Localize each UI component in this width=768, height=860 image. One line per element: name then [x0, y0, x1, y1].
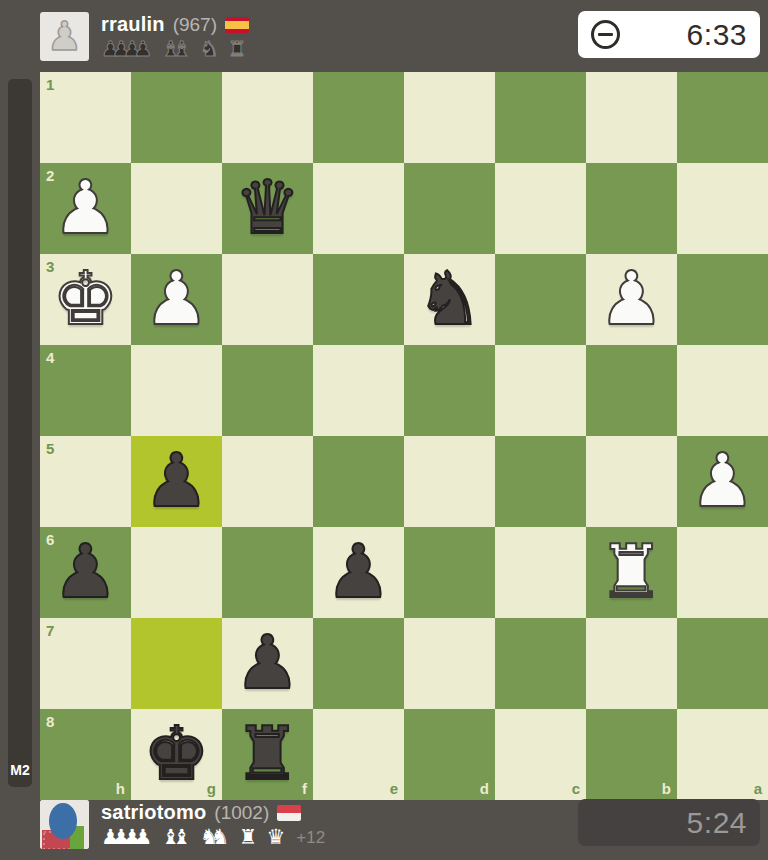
- square-a4[interactable]: [677, 345, 768, 436]
- rank-label-7: 7: [46, 623, 54, 638]
- square-g3[interactable]: ♟: [131, 254, 222, 345]
- white-pawn-g3[interactable]: ♟: [131, 254, 222, 342]
- square-d6[interactable]: [404, 527, 495, 618]
- evaluation-label: M2: [10, 762, 29, 778]
- captured-rooks: ♜: [228, 38, 247, 61]
- square-c2[interactable]: [495, 163, 586, 254]
- file-label-e: e: [390, 781, 398, 796]
- square-e3[interactable]: [313, 254, 404, 345]
- captured-pieces-bottom: ♟♟♟♟♝♝♞♞♜♛+12: [101, 826, 325, 849]
- square-h7[interactable]: 7: [40, 618, 131, 709]
- square-h8[interactable]: 8h: [40, 709, 131, 800]
- square-f3[interactable]: [222, 254, 313, 345]
- chess-board: 12♟♛3♚♟♞♟45♟♟6♟♟♜7♟8hg♚f♜edcba: [40, 72, 768, 800]
- game-screen: ♟ rraulin (967) ♟♟♟♟♝♝♞♜ 6:33 M2 12♟♛3♚♟…: [0, 0, 768, 860]
- indonesia-flag-icon: [277, 805, 301, 821]
- square-g7[interactable]: [131, 618, 222, 709]
- person-avatar-icon: [40, 800, 89, 849]
- square-b5[interactable]: [586, 436, 677, 527]
- square-b6[interactable]: ♜: [586, 527, 677, 618]
- player-bottom-rating: (1002): [214, 802, 269, 824]
- player-top: ♟ rraulin (967) ♟♟♟♟♝♝♞♜: [40, 12, 249, 62]
- square-g6[interactable]: [131, 527, 222, 618]
- square-f7[interactable]: ♟: [222, 618, 313, 709]
- file-label-c: c: [572, 781, 580, 796]
- clock-top: 6:33: [578, 11, 760, 58]
- white-pawn-b3[interactable]: ♟: [586, 254, 677, 342]
- square-c6[interactable]: [495, 527, 586, 618]
- square-h1[interactable]: 1: [40, 72, 131, 163]
- square-d7[interactable]: [404, 618, 495, 709]
- square-f2[interactable]: ♛: [222, 163, 313, 254]
- square-c1[interactable]: [495, 72, 586, 163]
- square-e5[interactable]: [313, 436, 404, 527]
- rank-label-5: 5: [46, 441, 54, 456]
- captured-knights: ♞: [200, 38, 219, 61]
- file-label-h: h: [116, 781, 125, 796]
- black-pawn-f7[interactable]: ♟: [222, 618, 313, 706]
- captured-bishops: ♝♝: [161, 38, 191, 61]
- square-c4[interactable]: [495, 345, 586, 436]
- white-rook-b6[interactable]: ♜: [586, 527, 677, 615]
- square-b1[interactable]: [586, 72, 677, 163]
- square-a3[interactable]: [677, 254, 768, 345]
- black-pawn-e6[interactable]: ♟: [313, 527, 404, 615]
- black-knight-d3[interactable]: ♞: [404, 254, 495, 342]
- spain-flag-icon: [225, 17, 249, 33]
- square-e7[interactable]: [313, 618, 404, 709]
- square-a2[interactable]: [677, 163, 768, 254]
- captured-pawns: ♟♟♟♟: [101, 826, 152, 849]
- rank-label-2: 2: [46, 168, 54, 183]
- square-f5[interactable]: [222, 436, 313, 527]
- captured-rooks: ♜: [239, 826, 258, 849]
- square-e4[interactable]: [313, 345, 404, 436]
- square-g4[interactable]: [131, 345, 222, 436]
- rank-label-6: 6: [46, 532, 54, 547]
- square-f6[interactable]: [222, 527, 313, 618]
- square-f1[interactable]: [222, 72, 313, 163]
- square-d8[interactable]: d: [404, 709, 495, 800]
- captured-pieces-top: ♟♟♟♟♝♝♞♜: [101, 38, 249, 61]
- square-e1[interactable]: [313, 72, 404, 163]
- square-e8[interactable]: e: [313, 709, 404, 800]
- player-top-name[interactable]: rraulin: [101, 13, 165, 36]
- circle-minus-icon: [591, 20, 620, 49]
- square-e2[interactable]: [313, 163, 404, 254]
- file-label-f: f: [302, 781, 307, 796]
- player-bottom-name[interactable]: satriotomo: [101, 801, 206, 824]
- player-bottom-avatar[interactable]: [40, 800, 89, 849]
- square-f8[interactable]: f♜: [222, 709, 313, 800]
- black-pawn-g5[interactable]: ♟: [131, 436, 222, 524]
- material-advantage: +12: [296, 828, 325, 848]
- square-d4[interactable]: [404, 345, 495, 436]
- square-h3[interactable]: 3♚: [40, 254, 131, 345]
- captured-pawns: ♟♟♟♟: [101, 38, 152, 61]
- player-bottom-info: satriotomo (1002) ♟♟♟♟♝♝♞♞♜♛+12: [101, 800, 325, 850]
- clock-bottom-time: 5:24: [687, 806, 747, 840]
- square-h2[interactable]: 2♟: [40, 163, 131, 254]
- evaluation-bar: M2: [8, 79, 32, 787]
- square-a7[interactable]: [677, 618, 768, 709]
- square-g8[interactable]: g♚: [131, 709, 222, 800]
- square-h4[interactable]: 4: [40, 345, 131, 436]
- square-c8[interactable]: c: [495, 709, 586, 800]
- square-c7[interactable]: [495, 618, 586, 709]
- square-h5[interactable]: 5: [40, 436, 131, 527]
- player-top-rating: (967): [173, 14, 217, 36]
- square-d2[interactable]: [404, 163, 495, 254]
- player-top-info: rraulin (967) ♟♟♟♟♝♝♞♜: [101, 12, 249, 62]
- square-e6[interactable]: ♟: [313, 527, 404, 618]
- square-g2[interactable]: [131, 163, 222, 254]
- file-label-d: d: [480, 781, 489, 796]
- captured-bishops: ♝♝: [161, 826, 191, 849]
- clock-bottom: 5:24: [578, 799, 760, 846]
- square-b2[interactable]: [586, 163, 677, 254]
- rank-label-4: 4: [46, 350, 54, 365]
- black-queen-f2[interactable]: ♛: [222, 163, 313, 251]
- square-f4[interactable]: [222, 345, 313, 436]
- square-b4[interactable]: [586, 345, 677, 436]
- white-pawn-a5[interactable]: ♟: [677, 436, 768, 524]
- black-rook-f8[interactable]: ♜: [222, 709, 313, 797]
- square-c3[interactable]: [495, 254, 586, 345]
- rank-label-3: 3: [46, 259, 54, 274]
- square-d3[interactable]: ♞: [404, 254, 495, 345]
- file-label-a: a: [754, 781, 762, 796]
- player-top-avatar[interactable]: ♟: [40, 12, 89, 61]
- captured-knights: ♞♞: [200, 826, 230, 849]
- player-bottom: satriotomo (1002) ♟♟♟♟♝♝♞♞♜♛+12: [40, 800, 325, 850]
- clock-top-time: 6:33: [687, 18, 747, 52]
- rank-label-8: 8: [46, 714, 54, 729]
- square-a6[interactable]: [677, 527, 768, 618]
- rank-label-1: 1: [46, 77, 54, 92]
- square-a1[interactable]: [677, 72, 768, 163]
- square-h6[interactable]: 6♟: [40, 527, 131, 618]
- square-g1[interactable]: [131, 72, 222, 163]
- captured-queens: ♛: [266, 826, 285, 849]
- square-b3[interactable]: ♟: [586, 254, 677, 345]
- square-b7[interactable]: [586, 618, 677, 709]
- file-label-b: b: [662, 781, 671, 796]
- white-pawn-avatar-icon: ♟: [47, 12, 83, 61]
- file-label-g: g: [207, 781, 216, 796]
- square-d1[interactable]: [404, 72, 495, 163]
- square-d5[interactable]: [404, 436, 495, 527]
- square-a8[interactable]: a: [677, 709, 768, 800]
- square-b8[interactable]: b: [586, 709, 677, 800]
- square-a5[interactable]: ♟: [677, 436, 768, 527]
- square-c5[interactable]: [495, 436, 586, 527]
- square-g5[interactable]: ♟: [131, 436, 222, 527]
